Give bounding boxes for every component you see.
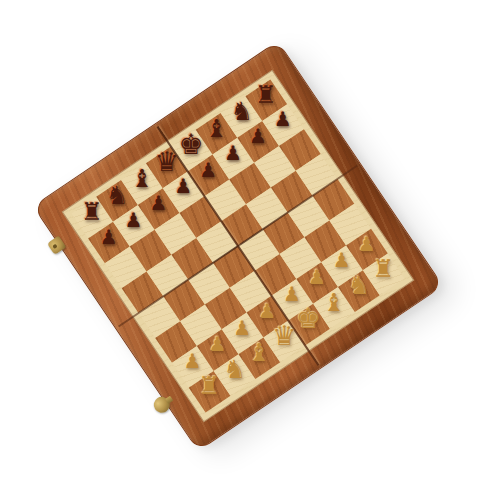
piece-white-queen[interactable]: ♛ xyxy=(272,322,296,349)
piece-black-pawn[interactable]: ♟ xyxy=(274,109,292,129)
piece-white-pawn[interactable]: ♟ xyxy=(208,334,226,354)
piece-white-pawn[interactable]: ♟ xyxy=(283,284,301,304)
piece-black-rook[interactable]: ♜ xyxy=(81,200,103,224)
piece-white-pawn[interactable]: ♟ xyxy=(333,250,351,270)
piece-white-pawn[interactable]: ♟ xyxy=(308,267,326,287)
piece-black-pawn[interactable]: ♟ xyxy=(174,176,192,196)
piece-white-pawn[interactable]: ♟ xyxy=(258,301,276,321)
brass-latch-catch xyxy=(47,236,66,255)
piece-black-pawn[interactable]: ♟ xyxy=(249,126,267,146)
piece-white-bishop[interactable]: ♝ xyxy=(322,290,344,315)
piece-black-knight[interactable]: ♞ xyxy=(106,183,128,208)
piece-white-knight[interactable]: ♞ xyxy=(223,357,245,382)
piece-black-rook[interactable]: ♜ xyxy=(255,82,277,106)
piece-black-pawn[interactable]: ♟ xyxy=(100,227,118,247)
piece-black-queen[interactable]: ♛ xyxy=(154,148,178,175)
piece-black-pawn[interactable]: ♟ xyxy=(199,160,217,180)
piece-white-pawn[interactable]: ♟ xyxy=(184,351,202,371)
piece-black-pawn[interactable]: ♟ xyxy=(224,143,242,163)
piece-black-knight[interactable]: ♞ xyxy=(230,99,252,124)
piece-black-bishop[interactable]: ♝ xyxy=(205,115,227,140)
piece-black-king[interactable]: ♚ xyxy=(179,131,204,159)
piece-black-pawn[interactable]: ♟ xyxy=(149,193,167,213)
photo-stage: ♜♞♝♛♚♝♞♜♟♟♟♟♟♟♟♟♟♟♟♟♟♟♟♟♜♞♝♛♚♝♞♜ xyxy=(0,0,480,480)
piece-black-bishop[interactable]: ♝ xyxy=(130,166,152,191)
piece-white-king[interactable]: ♚ xyxy=(296,305,321,333)
piece-white-bishop[interactable]: ♝ xyxy=(248,340,270,365)
piece-white-rook[interactable]: ♜ xyxy=(199,374,221,398)
piece-black-pawn[interactable]: ♟ xyxy=(125,210,143,230)
brass-latch-knob xyxy=(151,394,173,416)
piece-white-knight[interactable]: ♞ xyxy=(347,273,369,298)
chess-board: ♜♞♝♛♚♝♞♜♟♟♟♟♟♟♟♟♟♟♟♟♟♟♟♟♜♞♝♛♚♝♞♜ xyxy=(33,41,444,452)
piece-white-pawn[interactable]: ♟ xyxy=(358,234,376,254)
piece-white-pawn[interactable]: ♟ xyxy=(233,318,251,338)
piece-white-rook[interactable]: ♜ xyxy=(373,257,395,281)
